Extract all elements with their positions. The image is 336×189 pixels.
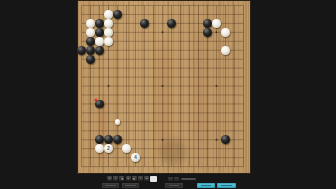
star-point bbox=[108, 85, 110, 87]
button-label-text bbox=[125, 185, 135, 187]
toolbar-small-button-2[interactable] bbox=[174, 177, 179, 182]
stone-black bbox=[104, 135, 113, 144]
star-point bbox=[216, 139, 218, 141]
stone-black bbox=[140, 19, 149, 28]
nav-start-button[interactable]: « bbox=[107, 176, 112, 181]
nav-back-button[interactable]: ◂ bbox=[119, 176, 124, 181]
stone-black bbox=[86, 37, 95, 46]
stone-white bbox=[122, 144, 131, 153]
star-point bbox=[216, 31, 218, 33]
move-counter-text bbox=[181, 178, 196, 181]
stone-white bbox=[104, 10, 113, 19]
stone-white bbox=[86, 28, 95, 37]
stone-black bbox=[95, 46, 104, 55]
stone-black bbox=[95, 28, 104, 37]
stone-white bbox=[95, 37, 104, 46]
stone-black bbox=[95, 135, 104, 144]
stone-black bbox=[167, 19, 176, 28]
action-button-primary[interactable] bbox=[197, 183, 215, 189]
stone-white bbox=[115, 119, 120, 124]
stone-white: 2 bbox=[104, 144, 113, 153]
game-toolbar: «‹◂▪▸›» bbox=[0, 174, 336, 189]
stone-move-number: 4 bbox=[134, 155, 137, 160]
stone-white bbox=[86, 19, 95, 28]
star-point bbox=[216, 85, 218, 87]
stone-black bbox=[77, 46, 86, 55]
toolbar-button-3[interactable] bbox=[165, 183, 183, 189]
app-window: 24 «‹◂▪▸›» bbox=[0, 0, 336, 189]
nav-current-button[interactable] bbox=[150, 176, 157, 182]
stone-white bbox=[104, 19, 113, 28]
last-move-triangle-icon bbox=[94, 98, 98, 101]
stone-black bbox=[95, 19, 104, 28]
stone-black bbox=[203, 19, 212, 28]
stone-white bbox=[221, 28, 230, 37]
stone-black bbox=[95, 100, 104, 109]
stone-white bbox=[104, 28, 113, 37]
stone-white: 4 bbox=[131, 153, 140, 162]
stone-black bbox=[86, 55, 95, 64]
stone-white bbox=[212, 19, 221, 28]
stone-move-number: 2 bbox=[107, 146, 110, 151]
toolbar-button-2[interactable] bbox=[122, 183, 139, 189]
button-label-text bbox=[201, 185, 212, 187]
action-button-secondary[interactable] bbox=[217, 183, 236, 189]
stone-white bbox=[104, 37, 113, 46]
nav-forward-button[interactable]: ▸ bbox=[132, 176, 137, 181]
button-label-text bbox=[105, 185, 115, 187]
stone-black bbox=[113, 10, 122, 19]
nav-ffwd-button[interactable]: › bbox=[138, 176, 143, 181]
nav-end-button[interactable]: » bbox=[144, 176, 149, 181]
button-label-text bbox=[221, 185, 232, 187]
stone-black bbox=[221, 135, 230, 144]
star-point bbox=[162, 139, 164, 141]
star-point bbox=[162, 85, 164, 87]
nav-stop-button[interactable]: ▪ bbox=[126, 176, 131, 181]
button-label-text bbox=[169, 185, 180, 187]
stone-black bbox=[203, 28, 212, 37]
toolbar-button-1[interactable] bbox=[102, 183, 119, 189]
go-board[interactable]: 24 bbox=[77, 0, 251, 174]
stone-black bbox=[86, 46, 95, 55]
toolbar-small-button-1[interactable] bbox=[168, 177, 173, 182]
stone-white bbox=[221, 46, 230, 55]
stone-black bbox=[113, 135, 122, 144]
stone-white bbox=[95, 144, 104, 153]
star-point bbox=[162, 31, 164, 33]
nav-rewind-button[interactable]: ‹ bbox=[113, 176, 118, 181]
